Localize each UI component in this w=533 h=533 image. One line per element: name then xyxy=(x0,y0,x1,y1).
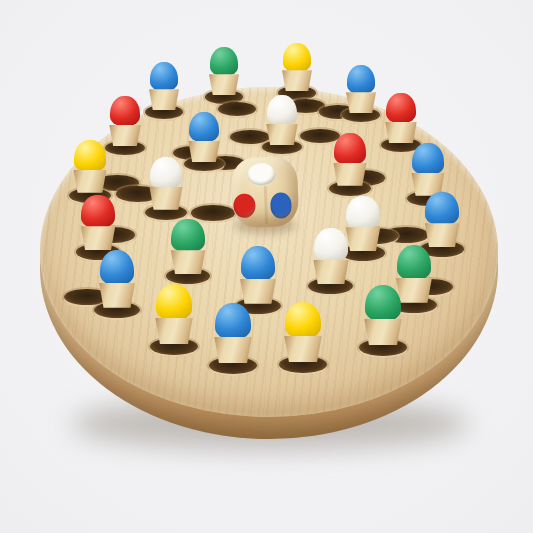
peg-blue[interactable] xyxy=(148,62,179,110)
peg-yellow[interactable] xyxy=(281,43,312,91)
peg-green[interactable] xyxy=(364,285,403,345)
peg-yellow[interactable] xyxy=(73,140,107,193)
peg-wood-base xyxy=(170,250,206,274)
peg-wood-base xyxy=(284,336,323,362)
peg-wood-base xyxy=(281,70,312,91)
memory-chess-product-photo xyxy=(0,0,533,533)
peg-red[interactable] xyxy=(80,195,116,250)
green-peg-cap xyxy=(365,285,401,321)
peg-blue[interactable] xyxy=(188,112,221,162)
yellow-peg-cap xyxy=(156,284,192,320)
blue-peg-cap xyxy=(150,62,179,91)
blue-peg-cap xyxy=(425,192,458,225)
peg-wood-base xyxy=(80,226,116,250)
peg-red[interactable] xyxy=(333,133,367,186)
peg-wood-base xyxy=(148,89,179,110)
white-peg-cap xyxy=(314,228,348,262)
blue-peg-cap xyxy=(189,112,219,142)
yellow-peg-cap xyxy=(285,302,321,338)
peg-white[interactable] xyxy=(313,228,350,284)
peg-wood-base xyxy=(385,122,418,144)
peg-wood-base xyxy=(73,170,107,193)
peg-white[interactable] xyxy=(149,157,183,210)
red-peg-cap xyxy=(334,133,366,165)
peg-wood-base xyxy=(266,124,299,146)
peg-green[interactable] xyxy=(170,219,206,274)
blue-peg-cap xyxy=(347,65,376,94)
green-peg-cap xyxy=(210,47,239,76)
blue-peg-cap xyxy=(100,250,135,285)
white-peg-cap xyxy=(150,157,182,189)
peg-wood-base xyxy=(155,318,194,344)
empty-hole xyxy=(218,102,256,116)
yellow-peg-cap xyxy=(283,43,312,72)
green-peg-cap xyxy=(397,245,432,280)
peg-white[interactable] xyxy=(266,95,299,145)
peg-wood-base xyxy=(214,337,253,363)
yellow-peg-cap xyxy=(74,140,106,172)
peg-white[interactable] xyxy=(345,196,381,251)
red-peg-cap xyxy=(81,195,114,228)
peg-blue[interactable] xyxy=(424,192,460,247)
peg-blue[interactable] xyxy=(345,65,376,113)
color-die[interactable] xyxy=(231,156,299,228)
die-blue-dot xyxy=(270,192,293,218)
blue-peg-cap xyxy=(241,246,276,281)
peg-wood-base xyxy=(98,283,135,308)
red-peg-cap xyxy=(386,93,416,123)
peg-wood-base xyxy=(345,92,376,113)
peg-wood-base xyxy=(109,125,142,147)
die-red-dot xyxy=(233,193,256,218)
peg-yellow[interactable] xyxy=(284,302,323,362)
white-peg-cap xyxy=(267,95,297,125)
peg-red[interactable] xyxy=(385,93,418,143)
peg-blue[interactable] xyxy=(214,303,253,363)
peg-wood-base xyxy=(188,141,221,163)
die-white-dot xyxy=(247,162,275,185)
peg-wood-base xyxy=(424,223,460,247)
peg-wood-base xyxy=(333,163,367,186)
peg-wood-base xyxy=(313,260,350,284)
blue-peg-cap xyxy=(412,143,444,175)
peg-wood-base xyxy=(149,187,183,210)
peg-wood-base xyxy=(208,74,239,95)
red-peg-cap xyxy=(110,96,140,126)
peg-blue[interactable] xyxy=(239,246,276,304)
peg-blue[interactable] xyxy=(98,250,135,308)
peg-wood-base xyxy=(239,279,276,304)
peg-red[interactable] xyxy=(109,96,142,146)
peg-blue[interactable] xyxy=(411,143,445,196)
green-peg-cap xyxy=(171,219,204,252)
blue-peg-cap xyxy=(215,303,251,339)
white-peg-cap xyxy=(346,196,379,229)
peg-green[interactable] xyxy=(208,47,239,95)
peg-wood-base xyxy=(345,227,381,251)
peg-yellow[interactable] xyxy=(155,284,194,344)
peg-wood-base xyxy=(364,319,403,345)
